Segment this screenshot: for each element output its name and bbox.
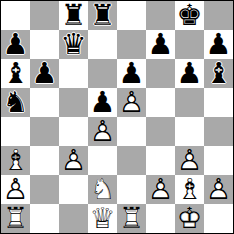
piece-white-bishop: ♝ [3,146,29,175]
piece-white-pawn-outline: ♙ [119,88,145,117]
square-b4[interactable] [30,117,59,146]
piece-black-bishop: ♝ [3,59,29,88]
piece-black-knight: ♞ [3,88,29,117]
piece-white-bishop-outline: ♗ [3,146,29,175]
square-e3[interactable] [117,146,146,175]
square-g4[interactable] [175,117,204,146]
square-g7[interactable] [175,30,204,59]
piece-white-rook: ♜ [119,204,145,233]
square-g3[interactable]: ♟♙ [175,146,204,175]
square-d4[interactable]: ♟♙ [88,117,117,146]
piece-white-pawn: ♟ [90,117,116,146]
square-a4[interactable] [1,117,30,146]
square-c5[interactable] [59,88,88,117]
piece-black-pawn: ♟ [32,59,58,88]
piece-white-bishop-outline: ♗ [177,175,203,204]
square-b8[interactable] [30,1,59,30]
square-e8[interactable] [117,1,146,30]
piece-black-pawn: ♟ [90,88,116,117]
piece-white-pawn: ♟ [61,146,87,175]
square-d3[interactable] [88,146,117,175]
square-h6[interactable]: ♝ [204,59,233,88]
square-d1[interactable]: ♛♕ [88,204,117,233]
square-e2[interactable] [117,175,146,204]
square-h4[interactable] [204,117,233,146]
square-g6[interactable]: ♟ [175,59,204,88]
square-a1[interactable]: ♜♖ [1,204,30,233]
piece-black-rook: ♜ [61,1,87,30]
square-g1[interactable]: ♚♔ [175,204,204,233]
square-b1[interactable] [30,204,59,233]
piece-white-pawn: ♟ [3,175,29,204]
square-e1[interactable]: ♜♖ [117,204,146,233]
square-g2[interactable]: ♝♗ [175,175,204,204]
piece-black-queen: ♛ [61,30,87,59]
piece-black-king: ♚ [177,1,203,30]
square-d8[interactable]: ♜ [88,1,117,30]
piece-white-pawn-outline: ♙ [177,146,203,175]
square-h1[interactable] [204,204,233,233]
piece-white-king: ♚ [177,204,203,233]
piece-white-pawn-outline: ♙ [148,175,174,204]
square-e4[interactable] [117,117,146,146]
square-f1[interactable] [146,204,175,233]
square-f6[interactable] [146,59,175,88]
square-c4[interactable] [59,117,88,146]
square-a3[interactable]: ♝♗ [1,146,30,175]
piece-white-pawn: ♟ [119,88,145,117]
chess-board: ♜♜♚♟♛♟♟♝♟♟♟♝♞♟♟♙♟♙♝♗♟♙♟♙♟♙♞♘♟♙♝♗♟♙♜♖♛♕♜♖… [1,1,233,233]
square-c8[interactable]: ♜ [59,1,88,30]
square-h2[interactable]: ♟♙ [204,175,233,204]
square-e5[interactable]: ♟♙ [117,88,146,117]
piece-white-pawn-outline: ♙ [90,117,116,146]
square-c6[interactable] [59,59,88,88]
square-b6[interactable]: ♟ [30,59,59,88]
square-e7[interactable] [117,30,146,59]
piece-black-bishop: ♝ [206,59,232,88]
square-b2[interactable] [30,175,59,204]
square-c3[interactable]: ♟♙ [59,146,88,175]
piece-white-rook-outline: ♖ [119,204,145,233]
square-f2[interactable]: ♟♙ [146,175,175,204]
square-f4[interactable] [146,117,175,146]
piece-white-knight-outline: ♘ [90,175,116,204]
square-f8[interactable] [146,1,175,30]
square-d7[interactable] [88,30,117,59]
square-d6[interactable] [88,59,117,88]
piece-white-rook: ♜ [3,204,29,233]
square-e6[interactable]: ♟ [117,59,146,88]
square-c2[interactable] [59,175,88,204]
chess-board-frame: ♜♜♚♟♛♟♟♝♟♟♟♝♞♟♟♙♟♙♝♗♟♙♟♙♟♙♞♘♟♙♝♗♟♙♜♖♛♕♜♖… [0,0,234,234]
piece-white-bishop: ♝ [177,175,203,204]
piece-black-pawn: ♟ [119,59,145,88]
piece-black-pawn: ♟ [177,59,203,88]
square-b7[interactable] [30,30,59,59]
piece-white-pawn: ♟ [148,175,174,204]
piece-white-pawn-outline: ♙ [206,175,232,204]
square-h7[interactable]: ♟ [204,30,233,59]
square-b5[interactable] [30,88,59,117]
piece-white-pawn-outline: ♙ [61,146,87,175]
square-a6[interactable]: ♝ [1,59,30,88]
piece-white-pawn: ♟ [206,175,232,204]
piece-white-rook-outline: ♖ [3,204,29,233]
piece-white-pawn-outline: ♙ [3,175,29,204]
square-d5[interactable]: ♟ [88,88,117,117]
piece-black-pawn: ♟ [148,30,174,59]
piece-white-queen: ♛ [90,204,116,233]
piece-black-rook: ♜ [90,1,116,30]
piece-white-king-outline: ♔ [177,204,203,233]
square-b3[interactable] [30,146,59,175]
piece-white-queen-outline: ♕ [90,204,116,233]
piece-white-knight: ♞ [90,175,116,204]
square-c7[interactable]: ♛ [59,30,88,59]
square-a8[interactable] [1,1,30,30]
square-h5[interactable] [204,88,233,117]
square-g8[interactable]: ♚ [175,1,204,30]
square-a2[interactable]: ♟♙ [1,175,30,204]
piece-black-pawn: ♟ [3,30,29,59]
square-a5[interactable]: ♞ [1,88,30,117]
square-f5[interactable] [146,88,175,117]
square-h8[interactable] [204,1,233,30]
square-f3[interactable] [146,146,175,175]
square-a7[interactable]: ♟ [1,30,30,59]
piece-white-pawn: ♟ [177,146,203,175]
square-c1[interactable] [59,204,88,233]
square-d2[interactable]: ♞♘ [88,175,117,204]
square-h3[interactable] [204,146,233,175]
square-f7[interactable]: ♟ [146,30,175,59]
square-g5[interactable] [175,88,204,117]
piece-black-pawn: ♟ [206,30,232,59]
